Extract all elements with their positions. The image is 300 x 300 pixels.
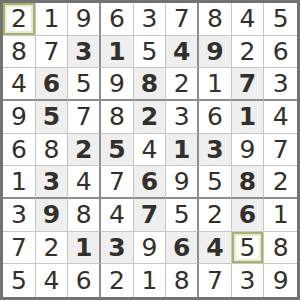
cell-r4c5[interactable]: 1 [166,134,199,167]
cell-r4c0[interactable]: 6 [3,134,36,167]
cell-r3c5[interactable]: 3 [166,101,199,134]
cell-r0c5[interactable]: 7 [166,3,199,36]
cell-r2c8[interactable]: 3 [264,68,297,101]
cell-r7c5[interactable]: 6 [166,232,199,265]
cell-r7c4[interactable]: 9 [134,232,167,265]
cell-r0c4[interactable]: 3 [134,3,167,36]
cell-r4c3[interactable]: 5 [101,134,134,167]
cell-r5c7[interactable]: 8 [232,166,265,199]
cell-r2c5[interactable]: 2 [166,68,199,101]
cell-r2c1[interactable]: 6 [36,68,69,101]
cell-r1c6[interactable]: 9 [199,36,232,69]
cell-r8c4[interactable]: 1 [134,264,167,297]
cell-r6c2[interactable]: 8 [68,199,101,232]
cell-r7c3[interactable]: 3 [101,232,134,265]
cell-r0c7[interactable]: 4 [232,3,265,36]
cell-r8c2[interactable]: 6 [68,264,101,297]
cell-r5c5[interactable]: 9 [166,166,199,199]
cell-r6c3[interactable]: 4 [101,199,134,232]
cell-r6c6[interactable]: 2 [199,199,232,232]
cell-r3c6[interactable]: 6 [199,101,232,134]
cell-r1c1[interactable]: 7 [36,36,69,69]
cell-r3c3[interactable]: 8 [101,101,134,134]
cell-r7c1[interactable]: 2 [36,232,69,265]
cell-r6c5[interactable]: 5 [166,199,199,232]
cell-r3c4[interactable]: 2 [134,101,167,134]
cell-r1c7[interactable]: 2 [232,36,265,69]
cell-r1c2[interactable]: 3 [68,36,101,69]
cell-r5c2[interactable]: 4 [68,166,101,199]
cell-r0c1[interactable]: 1 [36,3,69,36]
cell-r4c8[interactable]: 7 [264,134,297,167]
cell-r8c7[interactable]: 3 [232,264,265,297]
cell-r8c3[interactable]: 2 [101,264,134,297]
cell-r6c4[interactable]: 7 [134,199,167,232]
cell-r7c2[interactable]: 1 [68,232,101,265]
cell-r4c2[interactable]: 2 [68,134,101,167]
cell-r1c0[interactable]: 8 [3,36,36,69]
cell-r0c2[interactable]: 9 [68,3,101,36]
cell-r2c6[interactable]: 1 [199,68,232,101]
cell-r2c2[interactable]: 5 [68,68,101,101]
cell-r1c5[interactable]: 4 [166,36,199,69]
cell-r5c1[interactable]: 3 [36,166,69,199]
cell-r5c6[interactable]: 5 [199,166,232,199]
cell-r0c0[interactable]: 2 [3,3,36,36]
cell-r6c7[interactable]: 6 [232,199,265,232]
cell-r4c7[interactable]: 9 [232,134,265,167]
cell-r5c8[interactable]: 2 [264,166,297,199]
cell-r0c6[interactable]: 8 [199,3,232,36]
cell-r2c7[interactable]: 7 [232,68,265,101]
cell-r5c0[interactable]: 1 [3,166,36,199]
cell-r8c5[interactable]: 8 [166,264,199,297]
cell-r2c0[interactable]: 4 [3,68,36,101]
cell-r4c1[interactable]: 8 [36,134,69,167]
cell-r3c7[interactable]: 1 [232,101,265,134]
cell-r3c0[interactable]: 9 [3,101,36,134]
sudoku-board: 2196378458731549264659821739578236146825… [0,0,300,300]
cell-r3c2[interactable]: 7 [68,101,101,134]
cell-r6c0[interactable]: 3 [3,199,36,232]
cell-r8c0[interactable]: 5 [3,264,36,297]
cell-r4c4[interactable]: 4 [134,134,167,167]
cell-r7c7[interactable]: 5 [232,232,265,265]
cell-r1c8[interactable]: 6 [264,36,297,69]
cell-r0c8[interactable]: 5 [264,3,297,36]
cell-r1c3[interactable]: 1 [101,36,134,69]
cell-r5c4[interactable]: 6 [134,166,167,199]
cell-r6c1[interactable]: 9 [36,199,69,232]
cell-r2c4[interactable]: 8 [134,68,167,101]
cell-r0c3[interactable]: 6 [101,3,134,36]
cell-r3c1[interactable]: 5 [36,101,69,134]
cell-r1c4[interactable]: 5 [134,36,167,69]
cell-r8c1[interactable]: 4 [36,264,69,297]
cell-r8c8[interactable]: 9 [264,264,297,297]
cell-r3c8[interactable]: 4 [264,101,297,134]
cell-r8c6[interactable]: 7 [199,264,232,297]
cell-r2c3[interactable]: 9 [101,68,134,101]
cell-r4c6[interactable]: 3 [199,134,232,167]
cell-r7c8[interactable]: 8 [264,232,297,265]
cell-r6c8[interactable]: 1 [264,199,297,232]
cell-r7c6[interactable]: 4 [199,232,232,265]
cell-r5c3[interactable]: 7 [101,166,134,199]
cell-r7c0[interactable]: 7 [3,232,36,265]
